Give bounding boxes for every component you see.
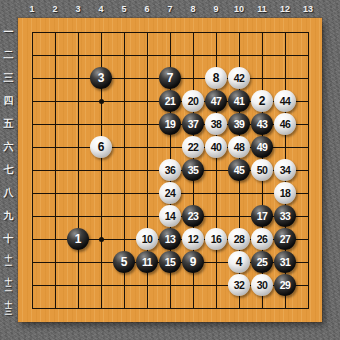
black-stone: 15	[159, 251, 181, 273]
board-intersection[interactable]	[182, 274, 205, 297]
hoshi-point	[99, 99, 104, 104]
board-intersection[interactable]	[44, 67, 67, 90]
board-intersection[interactable]: 33	[274, 205, 297, 228]
white-stone: 44	[274, 90, 296, 112]
board-intersection[interactable]	[67, 297, 90, 320]
black-stone: 19	[159, 113, 181, 135]
board-intersection[interactable]: 2	[251, 90, 274, 113]
row-label: 十	[0, 228, 17, 251]
board-intersection[interactable]: 44	[274, 90, 297, 113]
board-intersection[interactable]: 12	[182, 228, 205, 251]
board-intersection[interactable]	[159, 136, 182, 159]
board-intersection[interactable]	[44, 136, 67, 159]
move-number: 8	[213, 72, 220, 84]
move-number: 50	[257, 164, 268, 175]
board-intersection[interactable]: 24	[159, 182, 182, 205]
black-stone: 11	[136, 251, 158, 273]
board-intersection[interactable]	[297, 228, 320, 251]
board-intersection[interactable]: 20	[182, 90, 205, 113]
board-intersection[interactable]: 32	[228, 274, 251, 297]
column-labels: 12345678910111213	[21, 0, 320, 18]
board-intersection[interactable]	[90, 21, 113, 44]
board-intersection[interactable]	[251, 182, 274, 205]
white-stone: 18	[274, 182, 296, 204]
white-stone: 20	[182, 90, 204, 112]
board-intersection[interactable]	[182, 182, 205, 205]
board-intersection[interactable]: 6	[90, 136, 113, 159]
white-stone: 16	[205, 228, 227, 250]
board-intersection[interactable]	[136, 67, 159, 90]
board-intersection[interactable]	[44, 90, 67, 113]
column-label: 6	[136, 0, 159, 17]
black-stone: 23	[182, 205, 204, 227]
board-intersection[interactable]	[113, 205, 136, 228]
white-stone: 8	[205, 67, 227, 89]
row-label: 五	[0, 113, 17, 136]
white-stone: 2	[251, 90, 273, 112]
column-label: 7	[159, 0, 182, 17]
row-label: 十 三	[0, 297, 17, 320]
board-intersection[interactable]	[136, 159, 159, 182]
board-intersection[interactable]: 5	[113, 251, 136, 274]
board-intersection[interactable]: 8	[205, 67, 228, 90]
board-intersection[interactable]: 40	[205, 136, 228, 159]
board-intersection[interactable]	[67, 44, 90, 67]
white-stone: 32	[228, 274, 250, 296]
board-intersection[interactable]	[205, 44, 228, 67]
board-intersection[interactable]	[297, 205, 320, 228]
board-intersection[interactable]	[274, 136, 297, 159]
move-number: 5	[121, 256, 128, 268]
board-intersection[interactable]	[113, 44, 136, 67]
row-label: 九	[0, 205, 17, 228]
black-stone: 33	[274, 205, 296, 227]
board-intersection[interactable]: 46	[274, 113, 297, 136]
white-stone: 40	[205, 136, 227, 158]
row-label: 十 一	[0, 251, 17, 274]
board-intersection[interactable]	[21, 90, 44, 113]
white-stone: 12	[182, 228, 204, 250]
board-intersection[interactable]	[44, 182, 67, 205]
black-stone: 35	[182, 159, 204, 181]
board-intersection[interactable]	[113, 228, 136, 251]
board-intersection[interactable]	[205, 182, 228, 205]
board-intersection[interactable]	[113, 67, 136, 90]
board-intersection[interactable]	[182, 67, 205, 90]
white-stone: 50	[251, 159, 273, 181]
move-number: 17	[257, 210, 268, 221]
move-number: 33	[280, 210, 291, 221]
board-intersection[interactable]: 34	[274, 159, 297, 182]
black-stone: 13	[159, 228, 181, 250]
move-number: 16	[211, 233, 222, 244]
board-intersection[interactable]	[136, 297, 159, 320]
move-number: 35	[188, 164, 199, 175]
column-label: 2	[44, 0, 67, 17]
board-intersection[interactable]: 50	[251, 159, 274, 182]
board-intersection[interactable]	[90, 182, 113, 205]
move-number: 31	[280, 256, 291, 267]
move-number: 12	[188, 233, 199, 244]
board-intersection[interactable]	[182, 21, 205, 44]
board-intersection[interactable]: 22	[182, 136, 205, 159]
board-intersection[interactable]	[297, 297, 320, 320]
board-intersection[interactable]: 35	[182, 159, 205, 182]
white-stone: 10	[136, 228, 158, 250]
move-number: 9	[190, 256, 197, 268]
hoshi-point	[99, 237, 104, 242]
row-label: 四	[0, 90, 17, 113]
board-intersection[interactable]	[113, 159, 136, 182]
board-intersection[interactable]: 48	[228, 136, 251, 159]
board-intersection[interactable]	[205, 297, 228, 320]
board-intersection[interactable]: 49	[251, 136, 274, 159]
column-label: 3	[67, 0, 90, 17]
board-intersection[interactable]	[21, 182, 44, 205]
column-label: 12	[274, 0, 297, 17]
black-stone: 31	[274, 251, 296, 273]
move-number: 47	[211, 95, 222, 106]
move-number: 3	[98, 72, 105, 84]
move-number: 6	[98, 141, 105, 153]
board-intersection[interactable]: 7	[159, 67, 182, 90]
row-label: 七	[0, 159, 17, 182]
board-intersection[interactable]	[21, 113, 44, 136]
black-stone: 7	[159, 67, 181, 89]
white-stone: 48	[228, 136, 250, 158]
move-number: 34	[280, 164, 291, 175]
row-label: 八	[0, 182, 17, 205]
board-intersection[interactable]: 36	[159, 159, 182, 182]
move-number: 41	[234, 95, 245, 106]
board-intersection[interactable]	[159, 297, 182, 320]
board-intersection[interactable]	[90, 228, 113, 251]
board-intersection[interactable]	[136, 136, 159, 159]
board-intersection[interactable]	[274, 21, 297, 44]
move-number: 21	[165, 95, 176, 106]
black-stone: 21	[159, 90, 181, 112]
board-intersection[interactable]: 11	[136, 251, 159, 274]
board-intersection[interactable]: 31	[274, 251, 297, 274]
board-intersection[interactable]: 18	[274, 182, 297, 205]
board-intersection[interactable]	[297, 113, 320, 136]
board-intersection[interactable]	[297, 136, 320, 159]
board-intersection[interactable]	[67, 136, 90, 159]
black-stone: 17	[251, 205, 273, 227]
board-intersection[interactable]	[67, 205, 90, 228]
board-intersection[interactable]	[44, 159, 67, 182]
board-intersection[interactable]: 23	[182, 205, 205, 228]
column-label: 4	[90, 0, 113, 17]
move-number: 4	[236, 256, 243, 268]
move-number: 7	[167, 72, 174, 84]
move-number: 24	[165, 187, 176, 198]
black-stone: 41	[228, 90, 250, 112]
move-number: 28	[234, 233, 245, 244]
black-stone: 1	[67, 228, 89, 250]
black-stone: 27	[274, 228, 296, 250]
board-intersection[interactable]: 17	[251, 205, 274, 228]
board-intersection[interactable]	[297, 90, 320, 113]
board-intersection[interactable]: 39	[228, 113, 251, 136]
board-intersection[interactable]	[274, 67, 297, 90]
board-intersection[interactable]	[67, 21, 90, 44]
board-intersection[interactable]	[21, 136, 44, 159]
board-intersection[interactable]	[90, 205, 113, 228]
board-intersection[interactable]: 14	[159, 205, 182, 228]
board-intersection[interactable]	[21, 228, 44, 251]
board-intersection[interactable]	[90, 113, 113, 136]
board-intersection[interactable]	[159, 21, 182, 44]
black-stone: 47	[205, 90, 227, 112]
white-stone: 22	[182, 136, 204, 158]
board-intersection[interactable]: 47	[205, 90, 228, 113]
board-intersection[interactable]: 16	[205, 228, 228, 251]
row-label: 六	[0, 136, 17, 159]
board-intersection[interactable]	[136, 205, 159, 228]
board-intersection[interactable]	[228, 182, 251, 205]
column-label: 9	[205, 0, 228, 17]
board-intersection[interactable]	[113, 136, 136, 159]
board-intersection[interactable]: 45	[228, 159, 251, 182]
move-number: 22	[188, 141, 199, 152]
board-intersection[interactable]: 43	[251, 113, 274, 136]
row-label: 三	[0, 67, 17, 90]
board-intersection[interactable]	[67, 90, 90, 113]
board-intersection[interactable]: 13	[159, 228, 182, 251]
board-intersection[interactable]	[251, 67, 274, 90]
board-intersection[interactable]	[90, 90, 113, 113]
move-number: 10	[142, 233, 153, 244]
white-stone: 4	[228, 251, 250, 273]
board-intersection[interactable]	[205, 21, 228, 44]
board-intersection[interactable]	[159, 274, 182, 297]
board-intersection[interactable]	[67, 182, 90, 205]
board-intersection[interactable]	[113, 182, 136, 205]
board-intersection[interactable]	[274, 297, 297, 320]
board-intersection[interactable]	[136, 90, 159, 113]
move-number: 38	[211, 118, 222, 129]
board-intersection[interactable]	[159, 44, 182, 67]
move-number: 39	[234, 118, 245, 129]
board-intersection[interactable]: 15	[159, 251, 182, 274]
board-intersection[interactable]	[44, 228, 67, 251]
board-intersection[interactable]	[67, 251, 90, 274]
board-intersection[interactable]	[44, 113, 67, 136]
board-intersection[interactable]	[67, 274, 90, 297]
board-intersection[interactable]	[21, 44, 44, 67]
move-number: 26	[257, 233, 268, 244]
column-label: 10	[228, 0, 251, 17]
move-number: 36	[165, 164, 176, 175]
board-intersection[interactable]	[90, 159, 113, 182]
board-intersection[interactable]	[21, 251, 44, 274]
board-intersection[interactable]	[67, 67, 90, 90]
board-intersection[interactable]: 25	[251, 251, 274, 274]
move-number: 40	[211, 141, 222, 152]
board-intersection[interactable]	[228, 44, 251, 67]
move-number: 48	[234, 141, 245, 152]
board-intersection[interactable]: 1	[67, 228, 90, 251]
board-intersection[interactable]	[228, 21, 251, 44]
board-intersection[interactable]	[67, 113, 90, 136]
board-intersection[interactable]	[44, 21, 67, 44]
move-number: 23	[188, 210, 199, 221]
board-intersection[interactable]	[21, 274, 44, 297]
board-intersection[interactable]	[21, 297, 44, 320]
board-intersection[interactable]	[205, 159, 228, 182]
move-number: 13	[165, 233, 176, 244]
column-label: 13	[297, 0, 320, 17]
board-intersection[interactable]: 42	[228, 67, 251, 90]
board-intersection[interactable]: 28	[228, 228, 251, 251]
move-number: 42	[234, 72, 245, 83]
board-intersection[interactable]	[228, 297, 251, 320]
move-number: 14	[165, 210, 176, 221]
board-intersection[interactable]	[136, 21, 159, 44]
board-intersection[interactable]	[21, 159, 44, 182]
board-intersection[interactable]	[251, 21, 274, 44]
board-intersection[interactable]	[297, 67, 320, 90]
board-intersection[interactable]	[113, 90, 136, 113]
row-label: 二	[0, 44, 17, 67]
white-stone: 30	[251, 274, 273, 296]
board-intersection[interactable]	[251, 297, 274, 320]
black-stone: 45	[228, 159, 250, 181]
white-stone: 26	[251, 228, 273, 250]
board-intersection[interactable]	[274, 44, 297, 67]
board-intersection[interactable]	[205, 205, 228, 228]
board-intersection[interactable]	[297, 274, 320, 297]
black-stone: 29	[274, 274, 296, 296]
row-labels: 一二三四五六七八九十十 一十 二十 三	[0, 21, 18, 320]
board-intersection[interactable]	[136, 113, 159, 136]
board-intersection[interactable]	[182, 44, 205, 67]
board-intersection[interactable]	[228, 205, 251, 228]
white-stone: 28	[228, 228, 250, 250]
board-intersection[interactable]	[136, 182, 159, 205]
board-intersection[interactable]	[297, 182, 320, 205]
row-label: 十 二	[0, 274, 17, 297]
column-label: 8	[182, 0, 205, 17]
white-stone: 46	[274, 113, 296, 135]
board-intersection[interactable]	[90, 44, 113, 67]
board-intersection[interactable]	[182, 297, 205, 320]
move-number: 11	[142, 256, 152, 267]
move-number: 18	[280, 187, 291, 198]
board-intersection[interactable]: 4	[228, 251, 251, 274]
black-stone: 9	[182, 251, 204, 273]
move-number: 2	[259, 95, 266, 107]
white-stone: 24	[159, 182, 181, 204]
column-label: 5	[113, 0, 136, 17]
move-number: 32	[234, 279, 245, 290]
move-number: 45	[234, 164, 245, 175]
board-intersection[interactable]	[297, 21, 320, 44]
board-intersection[interactable]	[90, 274, 113, 297]
white-stone: 42	[228, 67, 250, 89]
board-intersection[interactable]: 10	[136, 228, 159, 251]
board-intersection[interactable]	[21, 21, 44, 44]
board-intersection[interactable]	[113, 274, 136, 297]
board-intersection[interactable]	[136, 274, 159, 297]
board-intersection[interactable]	[297, 159, 320, 182]
black-stone: 39	[228, 113, 250, 135]
board-intersection[interactable]	[297, 251, 320, 274]
move-number: 37	[188, 118, 199, 129]
board-intersection[interactable]	[44, 274, 67, 297]
board-intersection[interactable]	[297, 44, 320, 67]
go-app-screen: 12345678910111213 一二三四五六七八九十十 一十 二十 三 37…	[0, 0, 340, 340]
go-board: 3784221204741244193738394346622404849363…	[18, 18, 322, 322]
move-number: 49	[257, 141, 268, 152]
board-intersection[interactable]	[44, 251, 67, 274]
move-number: 25	[257, 256, 268, 267]
board-intersection[interactable]	[205, 251, 228, 274]
board-intersection[interactable]: 29	[274, 274, 297, 297]
board-intersection[interactable]	[21, 67, 44, 90]
board-intersection[interactable]	[21, 205, 44, 228]
move-number: 46	[280, 118, 291, 129]
board-intersection[interactable]: 38	[205, 113, 228, 136]
row-label: 一	[0, 21, 17, 44]
move-number: 44	[280, 95, 291, 106]
board-intersection[interactable]	[113, 21, 136, 44]
board-intersection[interactable]: 27	[274, 228, 297, 251]
white-stone: 38	[205, 113, 227, 135]
board-intersection[interactable]	[136, 44, 159, 67]
board-intersection[interactable]: 19	[159, 113, 182, 136]
white-stone: 6	[90, 136, 112, 158]
board-intersection[interactable]	[90, 297, 113, 320]
black-stone: 25	[251, 251, 273, 273]
board-intersection[interactable]	[67, 159, 90, 182]
move-number: 43	[257, 118, 268, 129]
move-number: 27	[280, 233, 291, 244]
board-intersection[interactable]	[44, 297, 67, 320]
board-intersection[interactable]: 21	[159, 90, 182, 113]
board-intersection[interactable]: 37	[182, 113, 205, 136]
board-intersection[interactable]	[113, 297, 136, 320]
board-intersection[interactable]: 26	[251, 228, 274, 251]
black-stone: 3	[90, 67, 112, 89]
move-number: 19	[165, 118, 176, 129]
board-intersection[interactable]	[113, 113, 136, 136]
board-intersection[interactable]	[251, 44, 274, 67]
column-label: 1	[21, 0, 44, 17]
board-intersection[interactable]	[44, 205, 67, 228]
black-stone: 49	[251, 136, 273, 158]
board-intersection[interactable]	[90, 251, 113, 274]
board-intersection[interactable]	[44, 44, 67, 67]
board-intersection[interactable]: 9	[182, 251, 205, 274]
move-number: 29	[280, 279, 291, 290]
move-number: 15	[165, 256, 176, 267]
black-stone: 37	[182, 113, 204, 135]
move-number: 30	[257, 279, 268, 290]
board-intersection[interactable]	[205, 274, 228, 297]
white-stone: 34	[274, 159, 296, 181]
black-stone: 43	[251, 113, 273, 135]
column-label: 11	[251, 0, 274, 17]
board-intersection[interactable]: 3	[90, 67, 113, 90]
board-intersection[interactable]: 30	[251, 274, 274, 297]
white-stone: 14	[159, 205, 181, 227]
board-intersection[interactable]: 41	[228, 90, 251, 113]
move-number: 20	[188, 95, 199, 106]
board-grid: 3784221204741244193738394346622404849363…	[18, 18, 322, 322]
black-stone: 5	[113, 251, 135, 273]
